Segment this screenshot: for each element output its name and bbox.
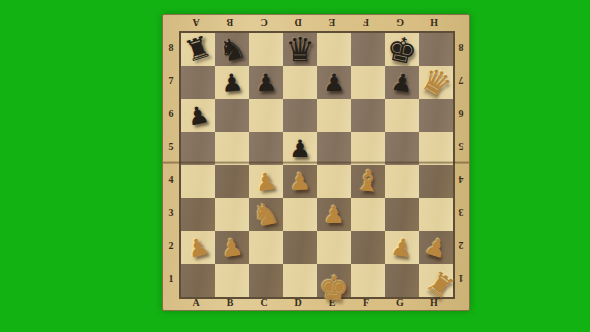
chess-board: ABCDEFGH ABCDEFGH 87654321 87654321 ♜♞♛♚… [162, 14, 470, 311]
square-d1[interactable] [283, 264, 317, 297]
square-a2[interactable]: ♟ [181, 231, 215, 264]
piece-white-pawn-g2[interactable]: ♟ [382, 228, 421, 266]
square-a5[interactable] [181, 132, 215, 165]
piece-white-king-e1[interactable]: ♚ [316, 270, 352, 305]
square-b1[interactable] [215, 264, 249, 297]
piece-black-pawn-b7[interactable]: ♟ [214, 65, 251, 101]
square-h2[interactable]: ♟ [419, 231, 453, 264]
piece-white-knight-c3[interactable]: ♞ [246, 195, 286, 234]
square-e4[interactable] [317, 165, 351, 198]
square-b6[interactable] [215, 99, 249, 132]
square-a7[interactable] [181, 66, 215, 99]
file-label-top-f: F [349, 16, 383, 30]
square-a1[interactable] [181, 264, 215, 297]
piece-black-pawn-a6[interactable]: ♟ [178, 96, 218, 135]
square-d3[interactable] [283, 198, 317, 231]
square-d4[interactable]: ♟ [283, 165, 317, 198]
square-e3[interactable]: ♟ [317, 198, 351, 231]
square-c8[interactable] [249, 33, 283, 66]
rank-label-left-6: 6 [164, 97, 178, 130]
square-e5[interactable] [317, 132, 351, 165]
rank-label-left-2: 2 [164, 229, 178, 262]
square-f6[interactable] [351, 99, 385, 132]
square-g5[interactable] [385, 132, 419, 165]
rank-label-left-3: 3 [164, 196, 178, 229]
piece-black-rook-a8[interactable]: ♜ [177, 29, 220, 71]
rank-label-right-5: 5 [454, 130, 468, 163]
square-c5[interactable] [249, 132, 283, 165]
square-b2[interactable]: ♟ [215, 231, 249, 264]
piece-white-pawn-c4[interactable]: ♟ [247, 163, 285, 200]
file-label-top-e: E [315, 16, 349, 30]
square-c6[interactable] [249, 99, 283, 132]
square-b4[interactable] [215, 165, 249, 198]
square-f4[interactable]: ♝ [351, 165, 385, 198]
square-g1[interactable] [385, 264, 419, 297]
file-label-top-d: D [281, 16, 315, 30]
square-h4[interactable] [419, 165, 453, 198]
file-label-top-h: H [417, 16, 451, 30]
square-g6[interactable] [385, 99, 419, 132]
rank-labels-left: 87654321 [164, 31, 178, 295]
square-h1[interactable]: ♜ [419, 264, 453, 297]
rank-label-right-8: 8 [454, 31, 468, 64]
rank-label-left-7: 7 [164, 64, 178, 97]
square-g4[interactable] [385, 165, 419, 198]
square-f7[interactable] [351, 66, 385, 99]
square-b8[interactable]: ♞ [215, 33, 249, 66]
square-h6[interactable] [419, 99, 453, 132]
piece-black-queen-d8[interactable]: ♛ [283, 33, 317, 66]
square-c2[interactable] [249, 231, 283, 264]
square-g7[interactable]: ♟ [385, 66, 419, 99]
file-label-top-g: G [383, 16, 417, 30]
piece-white-pawn-e3[interactable]: ♟ [317, 198, 351, 231]
piece-black-pawn-c7[interactable]: ♟ [248, 65, 284, 100]
square-b5[interactable] [215, 132, 249, 165]
square-d5[interactable]: ♟ [283, 132, 317, 165]
square-f8[interactable] [351, 33, 385, 66]
square-g3[interactable] [385, 198, 419, 231]
square-e7[interactable]: ♟ [317, 66, 351, 99]
square-d8[interactable]: ♛ [283, 33, 317, 66]
square-f3[interactable] [351, 198, 385, 231]
rank-label-right-6: 6 [454, 97, 468, 130]
piece-white-bishop-f4[interactable]: ♝ [350, 164, 387, 200]
square-e2[interactable] [317, 231, 351, 264]
square-g8[interactable]: ♚ [385, 33, 419, 66]
square-d7[interactable] [283, 66, 317, 99]
square-c1[interactable] [249, 264, 283, 297]
rank-label-left-1: 1 [164, 262, 178, 295]
piece-black-pawn-d5[interactable]: ♟ [283, 132, 317, 165]
piece-white-pawn-d4[interactable]: ♟ [282, 164, 318, 199]
square-c3[interactable]: ♞ [249, 198, 283, 231]
file-label-top-b: B [213, 16, 247, 30]
square-b3[interactable] [215, 198, 249, 231]
square-f5[interactable] [351, 132, 385, 165]
board-grid: ♜♞♛♚♟♟♟♟♛♟♟♟♟♝♞♟♟♟♟♟♚♜ [179, 31, 455, 299]
square-a8[interactable]: ♜ [181, 33, 215, 66]
square-c4[interactable]: ♟ [249, 165, 283, 198]
rank-label-right-2: 2 [454, 229, 468, 262]
piece-white-pawn-b2[interactable]: ♟ [213, 229, 251, 266]
file-label-top-c: C [247, 16, 281, 30]
square-f2[interactable] [351, 231, 385, 264]
square-f1[interactable] [351, 264, 385, 297]
square-h7[interactable]: ♛ [419, 66, 453, 99]
square-a6[interactable]: ♟ [181, 99, 215, 132]
rank-label-left-8: 8 [164, 31, 178, 64]
rank-label-right-3: 3 [454, 196, 468, 229]
rank-label-left-4: 4 [164, 163, 178, 196]
square-h5[interactable] [419, 132, 453, 165]
rank-label-left-5: 5 [164, 130, 178, 163]
square-d2[interactable] [283, 231, 317, 264]
square-e8[interactable] [317, 33, 351, 66]
square-e1[interactable]: ♚ [317, 264, 351, 297]
rank-label-right-4: 4 [454, 163, 468, 196]
piece-black-pawn-e7[interactable]: ♟ [317, 66, 351, 99]
green-screen-background: ABCDEFGH ABCDEFGH 87654321 87654321 ♜♞♛♚… [0, 0, 590, 332]
square-d6[interactable] [283, 99, 317, 132]
square-e6[interactable] [317, 99, 351, 132]
square-g2[interactable]: ♟ [385, 231, 419, 264]
square-c7[interactable]: ♟ [249, 66, 283, 99]
file-labels-top: ABCDEFGH [179, 16, 451, 30]
square-a4[interactable] [181, 165, 215, 198]
square-b7[interactable]: ♟ [215, 66, 249, 99]
